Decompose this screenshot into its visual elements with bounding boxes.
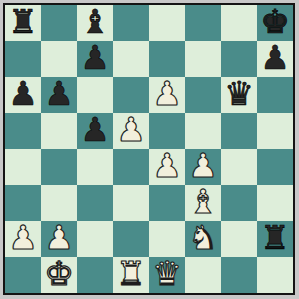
square-b8[interactable] <box>41 5 77 41</box>
square-f1[interactable] <box>185 257 221 293</box>
square-f2[interactable]: ♞ <box>185 221 221 257</box>
square-b1[interactable]: ♚ <box>41 257 77 293</box>
square-c7[interactable]: ♟ <box>77 41 113 77</box>
square-e2[interactable] <box>149 221 185 257</box>
white-king[interactable]: ♚ <box>44 257 74 292</box>
square-h7[interactable]: ♟ <box>257 41 293 77</box>
black-pawn[interactable]: ♟ <box>80 41 110 76</box>
black-rook[interactable]: ♜ <box>260 221 290 256</box>
white-pawn[interactable]: ♟ <box>116 113 146 148</box>
chess-board: ♜♝♚♟♟♟♟♟♛♟♟♟♟♝♟♟♞♜♚♜♛ <box>3 3 295 295</box>
square-d2[interactable] <box>113 221 149 257</box>
square-f5[interactable] <box>185 113 221 149</box>
square-f4[interactable]: ♟ <box>185 149 221 185</box>
white-pawn[interactable]: ♟ <box>188 149 218 184</box>
square-f6[interactable] <box>185 77 221 113</box>
square-a7[interactable] <box>5 41 41 77</box>
square-g4[interactable] <box>221 149 257 185</box>
black-pawn[interactable]: ♟ <box>260 41 290 76</box>
square-b7[interactable] <box>41 41 77 77</box>
square-g8[interactable] <box>221 5 257 41</box>
square-f7[interactable] <box>185 41 221 77</box>
square-d7[interactable] <box>113 41 149 77</box>
square-h3[interactable] <box>257 185 293 221</box>
white-queen[interactable]: ♛ <box>152 257 182 292</box>
white-rook[interactable]: ♜ <box>116 257 146 292</box>
square-g5[interactable] <box>221 113 257 149</box>
square-b5[interactable] <box>41 113 77 149</box>
square-d5[interactable]: ♟ <box>113 113 149 149</box>
page-background: ♜♝♚♟♟♟♟♟♛♟♟♟♟♝♟♟♞♜♚♜♛ <box>0 0 299 299</box>
square-a2[interactable]: ♟ <box>5 221 41 257</box>
square-a8[interactable]: ♜ <box>5 5 41 41</box>
square-h8[interactable]: ♚ <box>257 5 293 41</box>
black-queen[interactable]: ♛ <box>224 77 254 112</box>
square-a5[interactable] <box>5 113 41 149</box>
square-h5[interactable] <box>257 113 293 149</box>
black-king[interactable]: ♚ <box>260 5 290 40</box>
square-d3[interactable] <box>113 185 149 221</box>
square-b2[interactable]: ♟ <box>41 221 77 257</box>
black-rook[interactable]: ♜ <box>8 5 38 40</box>
square-e8[interactable] <box>149 5 185 41</box>
square-a6[interactable]: ♟ <box>5 77 41 113</box>
square-h1[interactable] <box>257 257 293 293</box>
black-bishop[interactable]: ♝ <box>80 5 110 40</box>
square-d6[interactable] <box>113 77 149 113</box>
white-knight[interactable]: ♞ <box>188 221 218 256</box>
square-e3[interactable] <box>149 185 185 221</box>
square-e5[interactable] <box>149 113 185 149</box>
square-c8[interactable]: ♝ <box>77 5 113 41</box>
square-c5[interactable]: ♟ <box>77 113 113 149</box>
black-pawn[interactable]: ♟ <box>8 77 38 112</box>
square-c3[interactable] <box>77 185 113 221</box>
white-pawn[interactable]: ♟ <box>8 221 38 256</box>
white-pawn[interactable]: ♟ <box>44 221 74 256</box>
square-d1[interactable]: ♜ <box>113 257 149 293</box>
square-g3[interactable] <box>221 185 257 221</box>
square-a4[interactable] <box>5 149 41 185</box>
square-h2[interactable]: ♜ <box>257 221 293 257</box>
square-f8[interactable] <box>185 5 221 41</box>
square-g7[interactable] <box>221 41 257 77</box>
square-g2[interactable] <box>221 221 257 257</box>
square-g6[interactable]: ♛ <box>221 77 257 113</box>
square-e6[interactable]: ♟ <box>149 77 185 113</box>
square-a1[interactable] <box>5 257 41 293</box>
square-d8[interactable] <box>113 5 149 41</box>
square-b4[interactable] <box>41 149 77 185</box>
square-c1[interactable] <box>77 257 113 293</box>
square-e4[interactable]: ♟ <box>149 149 185 185</box>
white-bishop[interactable]: ♝ <box>188 185 218 220</box>
black-pawn[interactable]: ♟ <box>44 77 74 112</box>
square-c2[interactable] <box>77 221 113 257</box>
square-a3[interactable] <box>5 185 41 221</box>
square-h4[interactable] <box>257 149 293 185</box>
black-pawn[interactable]: ♟ <box>80 113 110 148</box>
square-c6[interactable] <box>77 77 113 113</box>
square-d4[interactable] <box>113 149 149 185</box>
square-b6[interactable]: ♟ <box>41 77 77 113</box>
white-pawn[interactable]: ♟ <box>152 149 182 184</box>
white-pawn[interactable]: ♟ <box>152 77 182 112</box>
square-h6[interactable] <box>257 77 293 113</box>
square-b3[interactable] <box>41 185 77 221</box>
square-e1[interactable]: ♛ <box>149 257 185 293</box>
square-c4[interactable] <box>77 149 113 185</box>
square-e7[interactable] <box>149 41 185 77</box>
square-f3[interactable]: ♝ <box>185 185 221 221</box>
square-g1[interactable] <box>221 257 257 293</box>
